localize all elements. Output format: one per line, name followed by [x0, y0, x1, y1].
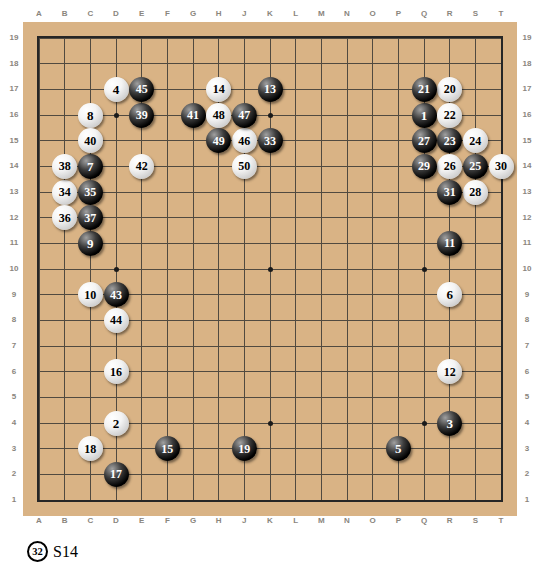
stone-black-45[interactable]: 45 [129, 77, 154, 102]
stone-white-10[interactable]: 10 [78, 282, 103, 307]
row-label: 14 [517, 161, 537, 171]
stone-white-2[interactable]: 2 [104, 411, 129, 436]
stone-black-13[interactable]: 13 [258, 77, 283, 102]
move-annotation: 32 S14 [27, 540, 78, 563]
column-label: B [55, 9, 75, 19]
white-stone-32-icon: 32 [27, 541, 48, 562]
stone-black-35[interactable]: 35 [78, 180, 103, 205]
row-label: 4 [517, 418, 537, 428]
row-label: 15 [4, 136, 24, 146]
stone-black-7[interactable]: 7 [78, 154, 103, 179]
row-label: 1 [517, 495, 537, 505]
stone-black-5[interactable]: 5 [386, 436, 411, 461]
stone-black-15[interactable]: 15 [155, 436, 180, 461]
column-label: F [157, 9, 177, 19]
row-label: 9 [4, 290, 24, 300]
column-label: G [183, 516, 203, 526]
stone-white-30[interactable]: 30 [489, 154, 514, 179]
stone-black-1[interactable]: 1 [412, 103, 437, 128]
stone-black-19[interactable]: 19 [232, 436, 257, 461]
stone-white-4[interactable]: 4 [104, 77, 129, 102]
column-label: Q [414, 516, 434, 526]
stone-white-16[interactable]: 16 [104, 359, 129, 384]
stone-white-40[interactable]: 40 [78, 128, 103, 153]
column-label: O [363, 516, 383, 526]
column-label: C [80, 9, 100, 19]
star-point [422, 267, 427, 272]
stone-black-11[interactable]: 11 [437, 231, 462, 256]
column-label: B [55, 516, 75, 526]
stone-white-22[interactable]: 22 [437, 103, 462, 128]
column-label: A [29, 516, 49, 526]
row-label: 15 [517, 136, 537, 146]
row-label: 11 [517, 238, 537, 248]
row-label: 2 [4, 469, 24, 479]
row-label: 17 [4, 84, 24, 94]
row-label: 12 [517, 213, 537, 223]
column-label: M [311, 9, 331, 19]
stone-black-17[interactable]: 17 [104, 462, 129, 487]
row-label: 11 [4, 238, 24, 248]
column-label: F [157, 516, 177, 526]
column-label: E [132, 516, 152, 526]
stone-white-14[interactable]: 14 [206, 77, 231, 102]
stone-black-21[interactable]: 21 [412, 77, 437, 102]
stone-white-18[interactable]: 18 [78, 436, 103, 461]
goban[interactable]: 1234567891011121314151617181920212223242… [23, 22, 517, 516]
row-label: 5 [517, 392, 537, 402]
row-label: 5 [4, 392, 24, 402]
row-label: 2 [517, 469, 537, 479]
column-label: O [363, 9, 383, 19]
column-label: T [491, 9, 511, 19]
row-label: 10 [4, 264, 24, 274]
column-label: J [234, 9, 254, 19]
star-point [268, 113, 273, 118]
stone-white-34[interactable]: 34 [52, 180, 77, 205]
column-label: C [80, 516, 100, 526]
row-label: 3 [4, 444, 24, 454]
stone-black-29[interactable]: 29 [412, 154, 437, 179]
stone-white-42[interactable]: 42 [129, 154, 154, 179]
stone-white-46[interactable]: 46 [232, 128, 257, 153]
column-label: H [209, 9, 229, 19]
column-label: D [106, 516, 126, 526]
stone-white-26[interactable]: 26 [437, 154, 462, 179]
column-label: R [440, 516, 460, 526]
row-label: 7 [517, 341, 537, 351]
row-label: 8 [517, 315, 537, 325]
column-label: K [260, 516, 280, 526]
row-label: 18 [4, 59, 24, 69]
stone-black-25[interactable]: 25 [463, 154, 488, 179]
stone-black-3[interactable]: 3 [437, 411, 462, 436]
row-label: 14 [4, 161, 24, 171]
row-label: 18 [517, 59, 537, 69]
row-label: 3 [517, 444, 537, 454]
stone-black-39[interactable]: 39 [129, 103, 154, 128]
row-label: 6 [517, 367, 537, 377]
row-label: 7 [4, 341, 24, 351]
stone-black-9[interactable]: 9 [78, 231, 103, 256]
star-point [114, 113, 119, 118]
row-label: 19 [4, 33, 24, 43]
stone-black-31[interactable]: 31 [437, 180, 462, 205]
row-label: 4 [4, 418, 24, 428]
row-label: 10 [517, 264, 537, 274]
column-label: T [491, 516, 511, 526]
stone-black-27[interactable]: 27 [412, 128, 437, 153]
stone-white-8[interactable]: 8 [78, 103, 103, 128]
row-label: 6 [4, 367, 24, 377]
star-point [268, 267, 273, 272]
stone-white-20[interactable]: 20 [437, 77, 462, 102]
column-label: H [209, 516, 229, 526]
row-label: 16 [4, 110, 24, 120]
column-label: L [286, 9, 306, 19]
stone-white-28[interactable]: 28 [463, 180, 488, 205]
star-point [114, 267, 119, 272]
star-point [268, 421, 273, 426]
row-label: 19 [517, 33, 537, 43]
row-label: 13 [4, 187, 24, 197]
column-label: N [337, 9, 357, 19]
move-location-text: S14 [53, 543, 78, 561]
go-diagram-page: 1234567891011121314151617181920212223242… [0, 0, 540, 578]
stone-white-50[interactable]: 50 [232, 154, 257, 179]
stone-white-24[interactable]: 24 [463, 128, 488, 153]
column-label: J [234, 516, 254, 526]
column-label: K [260, 9, 280, 19]
column-label: R [440, 9, 460, 19]
column-label: Q [414, 9, 434, 19]
column-label: N [337, 516, 357, 526]
row-label: 1 [4, 495, 24, 505]
column-label: P [388, 9, 408, 19]
row-label: 8 [4, 315, 24, 325]
stone-white-48[interactable]: 48 [206, 103, 231, 128]
row-label: 17 [517, 84, 537, 94]
column-label: D [106, 9, 126, 19]
stone-black-41[interactable]: 41 [181, 103, 206, 128]
column-label: G [183, 9, 203, 19]
column-label: S [465, 516, 485, 526]
column-label: L [286, 516, 306, 526]
column-label: M [311, 516, 331, 526]
column-label: A [29, 9, 49, 19]
stone-black-43[interactable]: 43 [104, 282, 129, 307]
column-label: P [388, 516, 408, 526]
stone-black-33[interactable]: 33 [258, 128, 283, 153]
stone-black-47[interactable]: 47 [232, 103, 257, 128]
star-point [422, 421, 427, 426]
stone-black-37[interactable]: 37 [78, 205, 103, 230]
column-label: S [465, 9, 485, 19]
row-label: 9 [517, 290, 537, 300]
stone-white-38[interactable]: 38 [52, 154, 77, 179]
column-label: E [132, 9, 152, 19]
row-label: 16 [517, 110, 537, 120]
row-label: 12 [4, 213, 24, 223]
stone-white-44[interactable]: 44 [104, 308, 129, 333]
row-label: 13 [517, 187, 537, 197]
